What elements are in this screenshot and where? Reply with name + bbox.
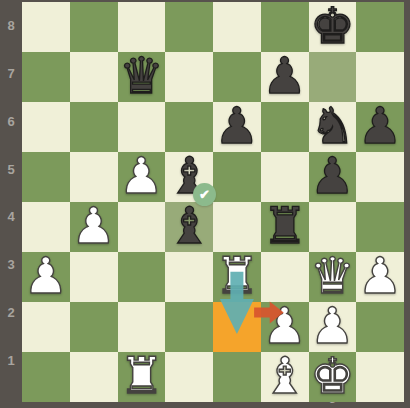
square-a1[interactable]: [22, 352, 70, 402]
white-rook[interactable]: ♜: [214, 251, 259, 301]
square-b8[interactable]: [70, 2, 118, 52]
rank-label-5: 5: [0, 145, 22, 193]
rank-label-1: 1: [0, 336, 22, 384]
square-f3[interactable]: [261, 252, 309, 302]
rank-label-8: 8: [0, 2, 22, 50]
white-queen[interactable]: ♛: [310, 251, 355, 301]
square-g5[interactable]: ♟: [309, 152, 357, 202]
white-bishop[interactable]: ♝: [262, 351, 307, 401]
square-b7[interactable]: [70, 52, 118, 102]
square-c4[interactable]: [118, 202, 166, 252]
square-d4[interactable]: ♝: [165, 202, 213, 252]
chess-board-app: 87654321 abcdefgh ♚♛♟♟♞♟♟♝♟♟♝♜♟♜♛♟♟♟♜♝♚ …: [0, 0, 410, 408]
square-b4[interactable]: ♟: [70, 202, 118, 252]
square-d6[interactable]: [165, 102, 213, 152]
square-f8[interactable]: [261, 2, 309, 52]
rank-coordinates: 87654321: [0, 2, 22, 384]
square-e1[interactable]: [213, 352, 261, 402]
square-a3[interactable]: ♟: [22, 252, 70, 302]
rank-label-7: 7: [0, 50, 22, 98]
square-h6[interactable]: ♟: [356, 102, 404, 152]
square-d7[interactable]: [165, 52, 213, 102]
square-f6[interactable]: [261, 102, 309, 152]
square-f2[interactable]: ♟: [261, 302, 309, 352]
square-b6[interactable]: [70, 102, 118, 152]
square-h1[interactable]: [356, 352, 404, 402]
square-c3[interactable]: [118, 252, 166, 302]
black-pawn[interactable]: ♟: [262, 51, 307, 101]
square-c1[interactable]: ♜: [118, 352, 166, 402]
black-knight[interactable]: ♞: [310, 101, 355, 151]
square-c5[interactable]: ♟: [118, 152, 166, 202]
white-pawn[interactable]: ♟: [358, 251, 403, 301]
white-pawn[interactable]: ♟: [262, 301, 307, 351]
square-h7[interactable]: [356, 52, 404, 102]
black-pawn[interactable]: ♟: [214, 101, 259, 151]
square-e2[interactable]: [213, 302, 261, 352]
square-h2[interactable]: [356, 302, 404, 352]
square-b3[interactable]: [70, 252, 118, 302]
black-bishop[interactable]: ♝: [167, 201, 212, 251]
rank-label-2: 2: [0, 289, 22, 337]
square-f7[interactable]: ♟: [261, 52, 309, 102]
square-a4[interactable]: [22, 202, 70, 252]
square-c2[interactable]: [118, 302, 166, 352]
square-a6[interactable]: [22, 102, 70, 152]
square-g3[interactable]: ♛: [309, 252, 357, 302]
square-d8[interactable]: [165, 2, 213, 52]
square-b2[interactable]: [70, 302, 118, 352]
square-a5[interactable]: [22, 152, 70, 202]
square-d2[interactable]: [165, 302, 213, 352]
good-move-check-badge: ✔: [193, 183, 216, 206]
square-a7[interactable]: [22, 52, 70, 102]
white-pawn[interactable]: ♟: [119, 151, 164, 201]
square-e6[interactable]: ♟: [213, 102, 261, 152]
square-e7[interactable]: [213, 52, 261, 102]
square-h8[interactable]: [356, 2, 404, 52]
square-f4[interactable]: ♜: [261, 202, 309, 252]
black-queen[interactable]: ♛: [119, 51, 164, 101]
square-e5[interactable]: [213, 152, 261, 202]
square-c7[interactable]: ♛: [118, 52, 166, 102]
square-g8[interactable]: ♚: [309, 2, 357, 52]
white-pawn[interactable]: ♟: [310, 301, 355, 351]
square-h5[interactable]: [356, 152, 404, 202]
black-pawn[interactable]: ♟: [310, 151, 355, 201]
square-c6[interactable]: [118, 102, 166, 152]
square-g4[interactable]: [309, 202, 357, 252]
rank-label-6: 6: [0, 98, 22, 146]
square-b1[interactable]: [70, 352, 118, 402]
white-pawn[interactable]: ♟: [23, 251, 68, 301]
square-d3[interactable]: [165, 252, 213, 302]
square-g2[interactable]: ♟: [309, 302, 357, 352]
black-king[interactable]: ♚: [310, 1, 355, 51]
square-b5[interactable]: [70, 152, 118, 202]
square-f1[interactable]: ♝: [261, 352, 309, 402]
square-g6[interactable]: ♞: [309, 102, 357, 152]
rank-label-3: 3: [0, 241, 22, 289]
black-pawn[interactable]: ♟: [358, 101, 403, 151]
square-h4[interactable]: [356, 202, 404, 252]
white-king[interactable]: ♚: [310, 351, 355, 401]
square-d1[interactable]: [165, 352, 213, 402]
square-g1[interactable]: ♚: [309, 352, 357, 402]
square-c8[interactable]: [118, 2, 166, 52]
black-rook[interactable]: ♜: [262, 201, 307, 251]
white-rook[interactable]: ♜: [119, 351, 164, 401]
square-a8[interactable]: [22, 2, 70, 52]
square-h3[interactable]: ♟: [356, 252, 404, 302]
white-pawn[interactable]: ♟: [71, 201, 116, 251]
square-e3[interactable]: ♜: [213, 252, 261, 302]
square-g7[interactable]: [309, 52, 357, 102]
square-e4[interactable]: [213, 202, 261, 252]
check-icon: ✔: [199, 187, 210, 202]
square-f5[interactable]: [261, 152, 309, 202]
rank-label-4: 4: [0, 193, 22, 241]
square-a2[interactable]: [22, 302, 70, 352]
square-e8[interactable]: [213, 2, 261, 52]
